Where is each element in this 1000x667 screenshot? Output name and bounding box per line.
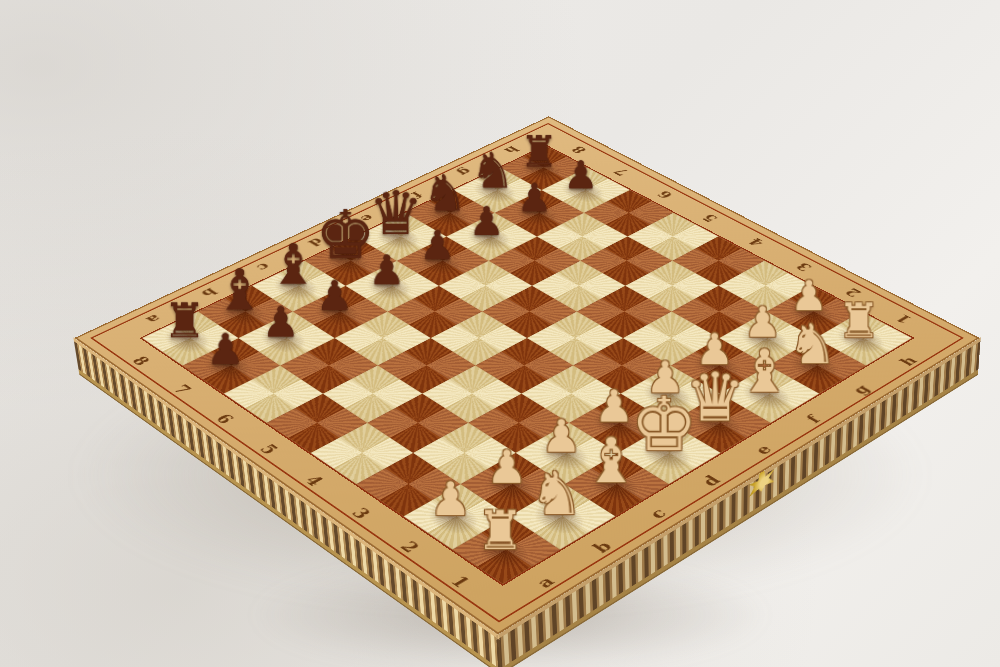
pawn-glyph: ♟ [430, 476, 472, 522]
pawn-glyph: ♟ [541, 414, 581, 459]
knight-glyph: ♞ [471, 146, 515, 196]
bishop-glyph: ♝ [738, 342, 791, 401]
pawn-glyph: ♟ [487, 445, 528, 491]
pawn-glyph: ♟ [517, 179, 552, 218]
pawn-glyph: ♟ [469, 202, 505, 242]
knight-glyph: ♞ [788, 317, 837, 372]
pawn-glyph: ♟ [206, 328, 244, 371]
pawn-glyph: ♟ [594, 385, 634, 429]
bishop-glyph: ♝ [215, 262, 265, 318]
rook-glyph: ♜ [520, 130, 559, 173]
pawn-glyph: ♟ [369, 250, 406, 291]
pawn-glyph: ♟ [564, 156, 599, 195]
bishop-glyph: ♝ [269, 237, 319, 292]
rook-glyph: ♜ [837, 296, 880, 344]
pawn-glyph: ♟ [316, 276, 353, 317]
king-glyph: ♚ [315, 201, 375, 268]
pawn-glyph: ♟ [791, 276, 828, 317]
king-glyph: ♚ [631, 387, 698, 462]
pawn-glyph: ♟ [262, 302, 300, 344]
pawn-glyph: ♟ [420, 226, 456, 266]
bishop-glyph: ♝ [584, 430, 639, 492]
photo-scene: ♜♟♟♜♞♟♟♝♝♟♟♝♚♟♟♚♛♟♟♛♝♟♟♞♞♟♟♞♜♟♟♜ 8a8a7b7… [0, 0, 1000, 667]
knight-glyph: ♞ [423, 169, 468, 219]
rook-glyph: ♜ [476, 503, 524, 557]
knight-glyph: ♞ [530, 464, 583, 524]
rook-glyph: ♜ [163, 296, 206, 344]
